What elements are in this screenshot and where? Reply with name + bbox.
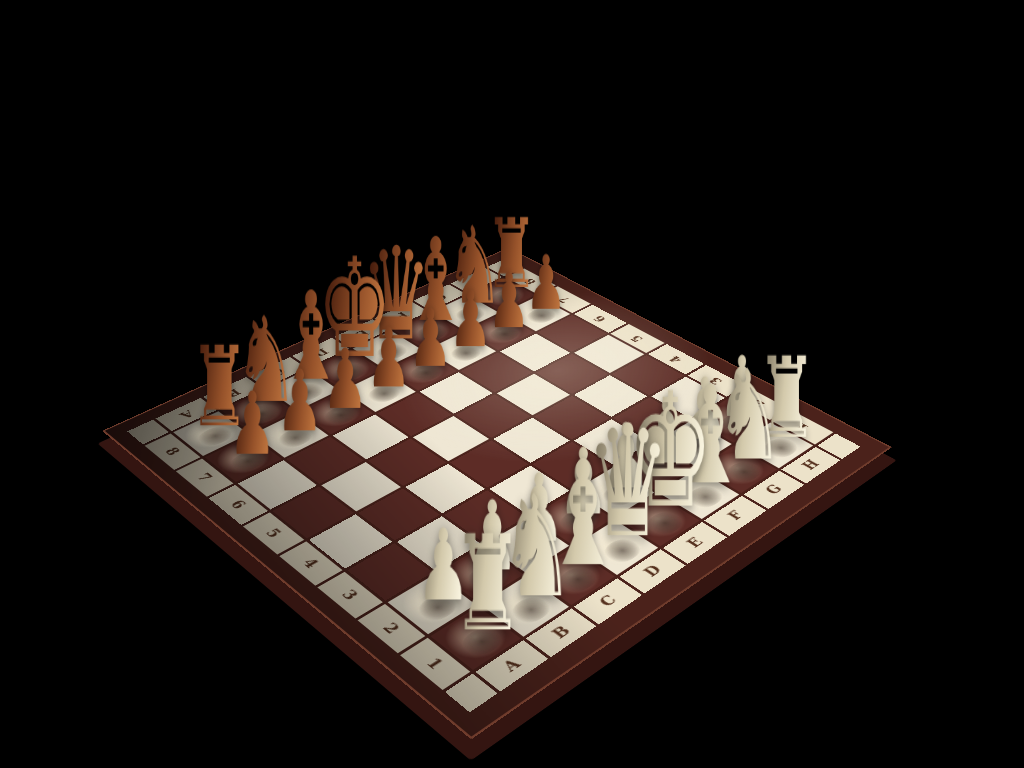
frame-corner [817, 434, 860, 459]
label-text: G [763, 483, 785, 497]
piece-black-pawn-e7[interactable]: ♟ [408, 300, 452, 376]
chess-board: ABCDEFGH8♜♞♝♚♛♝♞♜87♟♟♟♟♟♟♟♟7665544332♟♟♟… [102, 247, 892, 739]
label-text: 4 [300, 556, 322, 570]
label-text: 5 [263, 526, 284, 539]
frame-corner [127, 420, 169, 445]
label-text: 5 [629, 334, 646, 343]
piece-black-pawn-c7[interactable]: ♟ [322, 339, 368, 418]
render-scene: ABCDEFGH8♜♞♝♚♛♝♞♜87♟♟♟♟♟♟♟♟7665544332♟♟♟… [0, 0, 1024, 768]
piece-black-pawn-g7[interactable]: ♟ [488, 264, 530, 337]
label-text: A [500, 657, 524, 675]
piece-black-pawn-h7[interactable]: ♟ [525, 247, 566, 319]
piece-black-pawn-d7[interactable]: ♟ [366, 319, 411, 396]
label-text: 8 [162, 446, 182, 458]
label-text: 6 [228, 498, 249, 511]
file-label-e-near: E [663, 522, 727, 564]
label-text: C [596, 593, 620, 609]
label-text: 7 [194, 471, 214, 483]
board-3d-tilt: ABCDEFGH8♜♞♝♚♛♝♞♜87♟♟♟♟♟♟♟♟7665544332♟♟♟… [102, 247, 892, 739]
label-text: H [800, 458, 823, 472]
label-text: 2 [380, 620, 403, 636]
piece-black-pawn-f7[interactable]: ♟ [449, 282, 492, 356]
label-text: F [725, 509, 746, 522]
piece-black-pawn-a7[interactable]: ♟ [228, 382, 276, 465]
label-text: 1 [423, 655, 447, 672]
label-text: E [684, 536, 706, 550]
label-text: B [549, 624, 574, 641]
piece-black-pawn-b7[interactable]: ♟ [276, 360, 323, 441]
piece-white-rook-a1[interactable]: ♜ [451, 520, 524, 646]
label-text: 3 [339, 587, 361, 602]
label-text: 6 [592, 314, 609, 323]
label-text: D [641, 563, 665, 579]
